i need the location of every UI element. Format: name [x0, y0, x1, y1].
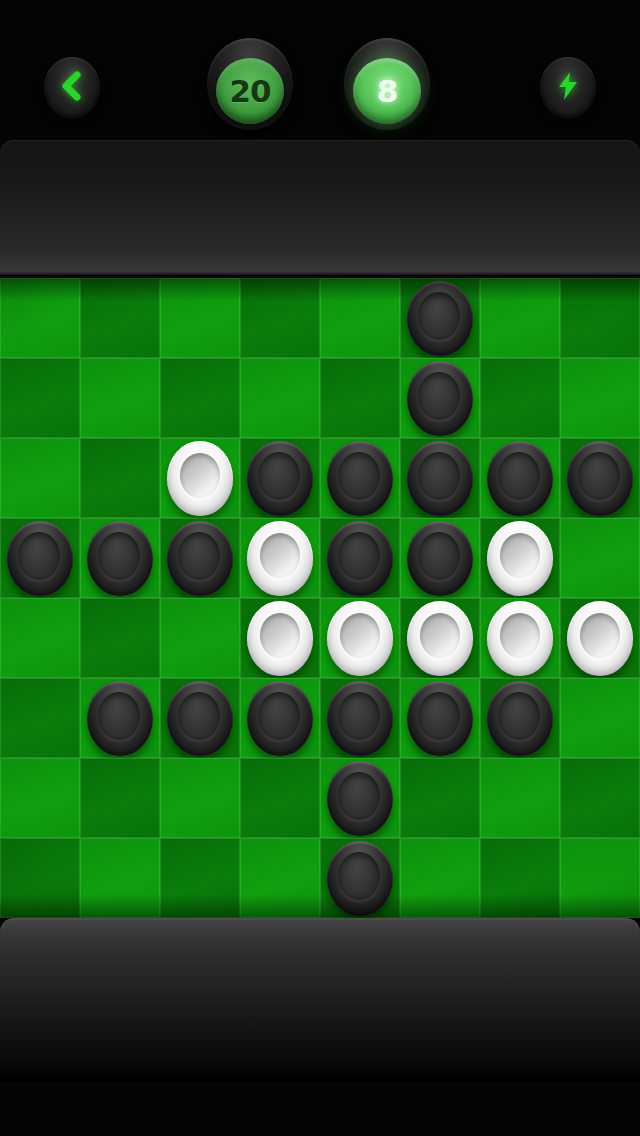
- cell-r2-c6[interactable]: [400, 358, 480, 438]
- black-disc: [487, 441, 553, 516]
- cell-r7-c1[interactable]: [0, 758, 80, 838]
- cell-r2-c7[interactable]: [480, 358, 560, 438]
- cell-r1-c6[interactable]: [400, 278, 480, 358]
- othello-game-screen: 20 8: [0, 0, 640, 1136]
- black-disc: [327, 441, 393, 516]
- cell-r8-c8[interactable]: [560, 838, 640, 918]
- cell-r4-c4[interactable]: [240, 518, 320, 598]
- cell-r7-c6[interactable]: [400, 758, 480, 838]
- cell-r8-c6[interactable]: [400, 838, 480, 918]
- cell-r3-c1[interactable]: [0, 438, 80, 518]
- lightning-bolt-icon: [556, 71, 580, 105]
- black-disc: [407, 361, 473, 436]
- white-disc: [327, 601, 393, 676]
- cell-r4-c6[interactable]: [400, 518, 480, 598]
- cell-r1-c7[interactable]: [480, 278, 560, 358]
- cell-r3-c2[interactable]: [80, 438, 160, 518]
- black-score-value: 20: [216, 58, 284, 124]
- black-disc: [247, 681, 313, 756]
- black-disc: [167, 681, 233, 756]
- cell-r5-c8[interactable]: [560, 598, 640, 678]
- cell-r8-c3[interactable]: [160, 838, 240, 918]
- cell-r4-c1[interactable]: [0, 518, 80, 598]
- cell-r5-c2[interactable]: [80, 598, 160, 678]
- black-disc: [87, 521, 153, 596]
- black-disc: [407, 521, 473, 596]
- white-disc: [487, 521, 553, 596]
- cell-r6-c2[interactable]: [80, 678, 160, 758]
- white-score-value: 8: [353, 58, 421, 124]
- cell-r5-c7[interactable]: [480, 598, 560, 678]
- cell-r4-c2[interactable]: [80, 518, 160, 598]
- cell-r8-c2[interactable]: [80, 838, 160, 918]
- cell-r1-c2[interactable]: [80, 278, 160, 358]
- top-tray-panel: [0, 140, 640, 278]
- black-disc: [327, 761, 393, 836]
- cell-r6-c1[interactable]: [0, 678, 80, 758]
- white-disc: [487, 601, 553, 676]
- cell-r5-c6[interactable]: [400, 598, 480, 678]
- hint-button[interactable]: [540, 57, 596, 119]
- black-disc: [567, 441, 633, 516]
- cell-r7-c2[interactable]: [80, 758, 160, 838]
- cell-r2-c3[interactable]: [160, 358, 240, 438]
- cell-r1-c1[interactable]: [0, 278, 80, 358]
- black-disc: [487, 681, 553, 756]
- cell-r3-c4[interactable]: [240, 438, 320, 518]
- cell-r5-c4[interactable]: [240, 598, 320, 678]
- cell-r3-c6[interactable]: [400, 438, 480, 518]
- cell-r7-c8[interactable]: [560, 758, 640, 838]
- black-disc: [7, 521, 73, 596]
- cell-r2-c2[interactable]: [80, 358, 160, 438]
- black-disc: [247, 441, 313, 516]
- black-disc: [407, 281, 473, 356]
- black-disc: [327, 681, 393, 756]
- cell-r5-c3[interactable]: [160, 598, 240, 678]
- black-disc: [407, 441, 473, 516]
- cell-r7-c3[interactable]: [160, 758, 240, 838]
- cell-r8-c1[interactable]: [0, 838, 80, 918]
- white-disc: [247, 521, 313, 596]
- cell-r7-c4[interactable]: [240, 758, 320, 838]
- cell-r6-c5[interactable]: [320, 678, 400, 758]
- cell-r8-c4[interactable]: [240, 838, 320, 918]
- cell-r6-c7[interactable]: [480, 678, 560, 758]
- white-disc: [167, 441, 233, 516]
- cell-r1-c4[interactable]: [240, 278, 320, 358]
- cell-r3-c5[interactable]: [320, 438, 400, 518]
- cell-r4-c5[interactable]: [320, 518, 400, 598]
- white-disc: [567, 601, 633, 676]
- top-bar: 20 8: [0, 0, 640, 140]
- cell-r6-c8[interactable]: [560, 678, 640, 758]
- cell-r3-c7[interactable]: [480, 438, 560, 518]
- cell-r7-c7[interactable]: [480, 758, 560, 838]
- cell-r8-c7[interactable]: [480, 838, 560, 918]
- back-button[interactable]: [44, 57, 100, 119]
- cell-r2-c1[interactable]: [0, 358, 80, 438]
- cell-r1-c3[interactable]: [160, 278, 240, 358]
- cell-r5-c1[interactable]: [0, 598, 80, 678]
- cell-r3-c3[interactable]: [160, 438, 240, 518]
- cell-r6-c4[interactable]: [240, 678, 320, 758]
- white-disc: [247, 601, 313, 676]
- cell-r3-c8[interactable]: [560, 438, 640, 518]
- cell-r7-c5[interactable]: [320, 758, 400, 838]
- black-disc: [407, 681, 473, 756]
- black-disc: [327, 841, 393, 916]
- cell-r2-c4[interactable]: [240, 358, 320, 438]
- cell-r1-c5[interactable]: [320, 278, 400, 358]
- cell-r8-c5[interactable]: [320, 838, 400, 918]
- white-score-button[interactable]: 8: [344, 38, 430, 130]
- cell-r2-c8[interactable]: [560, 358, 640, 438]
- cell-r4-c3[interactable]: [160, 518, 240, 598]
- cell-r2-c5[interactable]: [320, 358, 400, 438]
- white-disc: [407, 601, 473, 676]
- cell-r5-c5[interactable]: [320, 598, 400, 678]
- bottom-tray-panel: [0, 918, 640, 1082]
- othello-board: [0, 275, 640, 920]
- black-disc: [87, 681, 153, 756]
- black-score-button[interactable]: 20: [207, 38, 293, 130]
- black-disc: [167, 521, 233, 596]
- cell-r4-c8[interactable]: [560, 518, 640, 598]
- cell-r1-c8[interactable]: [560, 278, 640, 358]
- cell-r6-c3[interactable]: [160, 678, 240, 758]
- cell-r4-c7[interactable]: [480, 518, 560, 598]
- black-disc: [327, 521, 393, 596]
- cell-r6-c6[interactable]: [400, 678, 480, 758]
- back-chevron-icon: [60, 71, 84, 105]
